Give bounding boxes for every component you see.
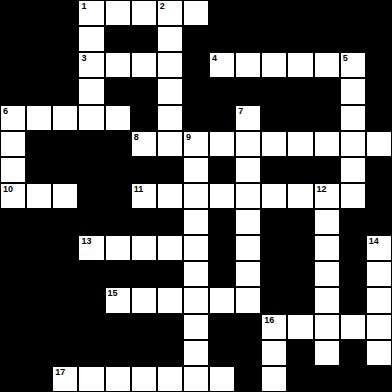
cell-r2c11[interactable] — [287, 52, 313, 78]
cell-r2c13[interactable]: 5 — [340, 52, 366, 78]
block-r3c12 — [314, 78, 340, 104]
block-r3c5 — [131, 78, 157, 104]
cell-r9c4[interactable] — [105, 235, 131, 261]
cell-r3c6[interactable] — [157, 78, 183, 104]
cell-r8c7[interactable] — [183, 209, 209, 235]
cell-r7c1[interactable] — [26, 183, 52, 209]
cell-r13c10[interactable] — [261, 340, 287, 366]
block-r6c8 — [209, 157, 235, 183]
block-r13c1 — [26, 340, 52, 366]
block-r10c10 — [261, 261, 287, 287]
block-r12c8 — [209, 314, 235, 340]
block-r3c9 — [235, 78, 261, 104]
clue-number-12: 12 — [317, 185, 327, 194]
block-r8c14 — [366, 209, 392, 235]
cell-r7c13[interactable] — [340, 183, 366, 209]
block-r12c2 — [52, 314, 78, 340]
block-r1c12 — [314, 26, 340, 52]
block-r9c8 — [209, 235, 235, 261]
block-r13c5 — [131, 340, 157, 366]
block-r6c6 — [157, 157, 183, 183]
cell-r9c14[interactable]: 14 — [366, 235, 392, 261]
block-r3c2 — [52, 78, 78, 104]
cell-r13c7[interactable] — [183, 340, 209, 366]
block-r10c1 — [26, 261, 52, 287]
cell-r7c5[interactable]: 11 — [131, 183, 157, 209]
block-r4c12 — [314, 105, 340, 131]
block-r3c0 — [0, 78, 26, 104]
clue-number-6: 6 — [3, 107, 8, 116]
block-r3c10 — [261, 78, 287, 104]
cell-r5c13[interactable] — [340, 131, 366, 157]
block-r13c6 — [157, 340, 183, 366]
cell-r6c7[interactable] — [183, 157, 209, 183]
cell-r7c9[interactable] — [235, 183, 261, 209]
cell-r4c9[interactable]: 7 — [235, 105, 261, 131]
cell-r12c10[interactable]: 16 — [261, 314, 287, 340]
block-r4c7 — [183, 105, 209, 131]
block-r6c2 — [52, 157, 78, 183]
cell-r11c4[interactable]: 15 — [105, 287, 131, 313]
block-r9c10 — [261, 235, 287, 261]
block-r9c11 — [287, 235, 313, 261]
block-r6c3 — [78, 157, 104, 183]
block-r1c1 — [26, 26, 52, 52]
block-r0c9 — [235, 0, 261, 26]
cell-r1c6[interactable] — [157, 26, 183, 52]
clue-number-11: 11 — [134, 185, 144, 194]
block-r4c14 — [366, 105, 392, 131]
block-r11c3 — [78, 287, 104, 313]
block-r2c2 — [52, 52, 78, 78]
block-r6c14 — [366, 157, 392, 183]
block-r11c1 — [26, 287, 52, 313]
block-r2c14 — [366, 52, 392, 78]
block-r8c2 — [52, 209, 78, 235]
block-r13c3 — [78, 340, 104, 366]
block-r5c1 — [26, 131, 52, 157]
block-r7c4 — [105, 183, 131, 209]
cell-r8c9[interactable] — [235, 209, 261, 235]
clue-number-15: 15 — [108, 289, 118, 298]
cell-r3c3[interactable] — [78, 78, 104, 104]
clue-number-7: 7 — [238, 107, 243, 116]
block-r14c9 — [235, 366, 261, 392]
cell-r13c14[interactable] — [366, 340, 392, 366]
cell-r14c7[interactable] — [183, 366, 209, 392]
block-r11c2 — [52, 287, 78, 313]
block-r0c1 — [26, 0, 52, 26]
cell-r7c8[interactable] — [209, 183, 235, 209]
cell-r9c3[interactable]: 13 — [78, 235, 104, 261]
cell-r2c5[interactable] — [131, 52, 157, 78]
block-r14c0 — [0, 366, 26, 392]
cell-r14c10[interactable] — [261, 366, 287, 392]
block-r10c13 — [340, 261, 366, 287]
cell-r11c5[interactable] — [131, 287, 157, 313]
block-r0c14 — [366, 0, 392, 26]
block-r1c9 — [235, 26, 261, 52]
block-r3c7 — [183, 78, 209, 104]
clue-number-14: 14 — [369, 237, 379, 246]
block-r8c6 — [157, 209, 183, 235]
cell-r10c7[interactable] — [183, 261, 209, 287]
block-r1c2 — [52, 26, 78, 52]
block-r12c5 — [131, 314, 157, 340]
clue-number-9: 9 — [186, 133, 191, 142]
block-r0c2 — [52, 0, 78, 26]
cell-r2c10[interactable] — [261, 52, 287, 78]
block-r13c0 — [0, 340, 26, 366]
clue-number-10: 10 — [3, 185, 13, 194]
cell-r2c3[interactable]: 3 — [78, 52, 104, 78]
cell-r2c12[interactable] — [314, 52, 340, 78]
cell-r0c7[interactable] — [183, 0, 209, 26]
block-r8c13 — [340, 209, 366, 235]
block-r3c11 — [287, 78, 313, 104]
clue-number-17: 17 — [55, 368, 65, 377]
cell-r6c13[interactable] — [340, 157, 366, 183]
clue-number-4: 4 — [212, 54, 217, 63]
cell-r1c3[interactable] — [78, 26, 104, 52]
block-r12c6 — [157, 314, 183, 340]
cell-r12c7[interactable] — [183, 314, 209, 340]
cell-r14c2[interactable]: 17 — [52, 366, 78, 392]
crossword-grid: 1234567891011121314151617 — [0, 0, 392, 392]
block-r10c3 — [78, 261, 104, 287]
block-r12c3 — [78, 314, 104, 340]
block-r7c14 — [366, 183, 392, 209]
cell-r2c4[interactable] — [105, 52, 131, 78]
block-r1c14 — [366, 26, 392, 52]
block-r4c5 — [131, 105, 157, 131]
block-r2c1 — [26, 52, 52, 78]
cell-r14c4[interactable] — [105, 366, 131, 392]
block-r3c8 — [209, 78, 235, 104]
block-r3c1 — [26, 78, 52, 104]
block-r6c5 — [131, 157, 157, 183]
block-r13c4 — [105, 340, 131, 366]
cell-r7c0[interactable]: 10 — [0, 183, 26, 209]
cell-r12c11[interactable] — [287, 314, 313, 340]
cell-r7c10[interactable] — [261, 183, 287, 209]
block-r8c11 — [287, 209, 313, 235]
cell-r4c3[interactable] — [78, 105, 104, 131]
block-r5c4 — [105, 131, 131, 157]
block-r10c6 — [157, 261, 183, 287]
cell-r7c11[interactable] — [287, 183, 313, 209]
block-r9c13 — [340, 235, 366, 261]
cell-r8c12[interactable] — [314, 209, 340, 235]
block-r6c1 — [26, 157, 52, 183]
block-r4c11 — [287, 105, 313, 131]
cell-r7c6[interactable] — [157, 183, 183, 209]
block-r6c10 — [261, 157, 287, 183]
block-r13c8 — [209, 340, 235, 366]
block-r8c10 — [261, 209, 287, 235]
block-r10c5 — [131, 261, 157, 287]
cell-r4c2[interactable] — [52, 105, 78, 131]
cell-r2c8[interactable]: 4 — [209, 52, 235, 78]
cell-r0c3[interactable]: 1 — [78, 0, 104, 26]
cell-r14c5[interactable] — [131, 366, 157, 392]
block-r13c13 — [340, 340, 366, 366]
block-r6c12 — [314, 157, 340, 183]
block-r5c3 — [78, 131, 104, 157]
clue-number-13: 13 — [81, 237, 91, 246]
cell-r4c0[interactable]: 6 — [0, 105, 26, 131]
cell-r11c14[interactable] — [366, 287, 392, 313]
cell-r11c6[interactable] — [157, 287, 183, 313]
cell-r14c6[interactable] — [157, 366, 183, 392]
cell-r2c6[interactable] — [157, 52, 183, 78]
block-r6c4 — [105, 157, 131, 183]
cell-r7c7[interactable] — [183, 183, 209, 209]
block-r14c11 — [287, 366, 313, 392]
cell-r5c9[interactable] — [235, 131, 261, 157]
cell-r11c8[interactable] — [209, 287, 235, 313]
cell-r4c1[interactable] — [26, 105, 52, 131]
cell-r7c12[interactable]: 12 — [314, 183, 340, 209]
block-r8c4 — [105, 209, 131, 235]
clue-number-1: 1 — [81, 2, 86, 11]
cell-r9c9[interactable] — [235, 235, 261, 261]
block-r13c2 — [52, 340, 78, 366]
block-r1c8 — [209, 26, 235, 52]
block-r9c2 — [52, 235, 78, 261]
block-r1c11 — [287, 26, 313, 52]
cell-r11c9[interactable] — [235, 287, 261, 313]
cell-r5c8[interactable] — [209, 131, 235, 157]
block-r1c13 — [340, 26, 366, 52]
cell-r6c0[interactable] — [0, 157, 26, 183]
block-r11c0 — [0, 287, 26, 313]
block-r8c1 — [26, 209, 52, 235]
block-r6c11 — [287, 157, 313, 183]
clue-number-8: 8 — [134, 133, 139, 142]
block-r11c10 — [261, 287, 287, 313]
block-r3c14 — [366, 78, 392, 104]
cell-r9c12[interactable] — [314, 235, 340, 261]
cell-r0c4[interactable] — [105, 0, 131, 26]
block-r0c13 — [340, 0, 366, 26]
block-r13c11 — [287, 340, 313, 366]
cell-r4c13[interactable] — [340, 105, 366, 131]
cell-r5c6[interactable] — [157, 131, 183, 157]
block-r2c7 — [183, 52, 209, 78]
cell-r5c14[interactable] — [366, 131, 392, 157]
block-r10c0 — [0, 261, 26, 287]
cell-r5c10[interactable] — [261, 131, 287, 157]
block-r8c8 — [209, 209, 235, 235]
block-r5c2 — [52, 131, 78, 157]
cell-r14c8[interactable] — [209, 366, 235, 392]
block-r1c0 — [0, 26, 26, 52]
block-r9c1 — [26, 235, 52, 261]
block-r10c8 — [209, 261, 235, 287]
cell-r9c6[interactable] — [157, 235, 183, 261]
cell-r3c13[interactable] — [340, 78, 366, 104]
cell-r2c9[interactable] — [235, 52, 261, 78]
cell-r11c7[interactable] — [183, 287, 209, 313]
block-r0c10 — [261, 0, 287, 26]
block-r12c9 — [235, 314, 261, 340]
cell-r4c4[interactable] — [105, 105, 131, 131]
cell-r14c3[interactable] — [78, 366, 104, 392]
cell-r0c6[interactable]: 2 — [157, 0, 183, 26]
cell-r9c7[interactable] — [183, 235, 209, 261]
block-r1c5 — [131, 26, 157, 52]
block-r13c9 — [235, 340, 261, 366]
block-r1c4 — [105, 26, 131, 52]
cell-r9c5[interactable] — [131, 235, 157, 261]
block-r9c0 — [0, 235, 26, 261]
cell-r4c6[interactable] — [157, 105, 183, 131]
block-r10c2 — [52, 261, 78, 287]
cell-r13c12[interactable] — [314, 340, 340, 366]
block-r11c11 — [287, 287, 313, 313]
cell-r7c2[interactable] — [52, 183, 78, 209]
block-r4c8 — [209, 105, 235, 131]
block-r14c14 — [366, 366, 392, 392]
block-r14c13 — [340, 366, 366, 392]
block-r2c0 — [0, 52, 26, 78]
cell-r5c12[interactable] — [314, 131, 340, 157]
block-r1c7 — [183, 26, 209, 52]
cell-r5c0[interactable] — [0, 131, 26, 157]
block-r0c0 — [0, 0, 26, 26]
cell-r5c11[interactable] — [287, 131, 313, 157]
block-r3c4 — [105, 78, 131, 104]
block-r14c1 — [26, 366, 52, 392]
block-r0c11 — [287, 0, 313, 26]
block-r4c10 — [261, 105, 287, 131]
block-r12c1 — [26, 314, 52, 340]
clue-number-5: 5 — [343, 54, 348, 63]
block-r8c3 — [78, 209, 104, 235]
cell-r6c9[interactable] — [235, 157, 261, 183]
block-r12c4 — [105, 314, 131, 340]
cell-r12c14[interactable] — [366, 314, 392, 340]
clue-number-2: 2 — [160, 2, 165, 11]
cell-r10c12[interactable] — [314, 261, 340, 287]
cell-r12c12[interactable] — [314, 314, 340, 340]
block-r14c12 — [314, 366, 340, 392]
cell-r12c13[interactable] — [340, 314, 366, 340]
block-r10c11 — [287, 261, 313, 287]
cell-r0c5[interactable] — [131, 0, 157, 26]
block-r7c3 — [78, 183, 104, 209]
clue-number-16: 16 — [264, 316, 274, 325]
cell-r10c9[interactable] — [235, 261, 261, 287]
cell-r5c7[interactable]: 9 — [183, 131, 209, 157]
block-r8c0 — [0, 209, 26, 235]
block-r11c13 — [340, 287, 366, 313]
clue-number-3: 3 — [81, 54, 86, 63]
block-r1c10 — [261, 26, 287, 52]
cell-r5c5[interactable]: 8 — [131, 131, 157, 157]
block-r0c8 — [209, 0, 235, 26]
cell-r10c14[interactable] — [366, 261, 392, 287]
cell-r11c12[interactable] — [314, 287, 340, 313]
block-r8c5 — [131, 209, 157, 235]
block-r12c0 — [0, 314, 26, 340]
block-r10c4 — [105, 261, 131, 287]
block-r0c12 — [314, 0, 340, 26]
